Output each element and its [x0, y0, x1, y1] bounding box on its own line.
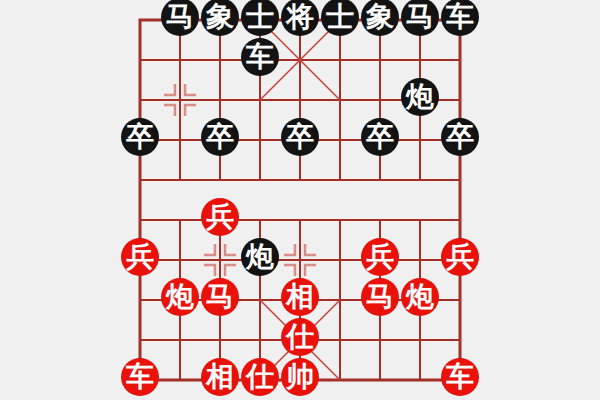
piece-red-cannon[interactable]: 炮 — [161, 278, 199, 316]
piece-red-soldier[interactable]: 兵 — [121, 238, 159, 276]
pieces-layer: 马象士将士象马车车炮卒卒卒卒卒炮兵兵兵兵炮马相马炮仕车相仕帅车 — [120, 0, 480, 397]
piece-black-advisor[interactable]: 士 — [241, 0, 279, 36]
piece-black-horse[interactable]: 马 — [161, 0, 199, 36]
piece-red-cannon[interactable]: 炮 — [401, 278, 439, 316]
piece-red-general[interactable]: 帅 — [281, 358, 319, 396]
piece-red-soldier[interactable]: 兵 — [201, 198, 239, 236]
piece-black-advisor[interactable]: 士 — [321, 0, 359, 36]
piece-red-horse[interactable]: 马 — [201, 278, 239, 316]
piece-black-general[interactable]: 将 — [281, 0, 319, 36]
xiangqi-board: 马象士将士象马车车炮卒卒卒卒卒炮兵兵兵兵炮马相马炮仕车相仕帅车 — [0, 0, 600, 400]
piece-black-cannon[interactable]: 炮 — [401, 78, 439, 116]
piece-red-soldier[interactable]: 兵 — [361, 238, 399, 276]
piece-red-advisor[interactable]: 仕 — [241, 358, 279, 396]
piece-red-soldier[interactable]: 兵 — [441, 238, 479, 276]
piece-red-chariot[interactable]: 车 — [441, 358, 479, 396]
piece-red-elephant[interactable]: 相 — [281, 278, 319, 316]
piece-black-soldier[interactable]: 卒 — [281, 118, 319, 156]
piece-black-soldier[interactable]: 卒 — [441, 118, 479, 156]
piece-red-elephant[interactable]: 相 — [201, 358, 239, 396]
piece-black-soldier[interactable]: 卒 — [201, 118, 239, 156]
piece-black-chariot[interactable]: 车 — [241, 38, 279, 76]
piece-black-elephant[interactable]: 象 — [361, 0, 399, 36]
piece-red-chariot[interactable]: 车 — [121, 358, 159, 396]
piece-black-horse[interactable]: 马 — [401, 0, 439, 36]
piece-black-elephant[interactable]: 象 — [201, 0, 239, 36]
piece-red-horse[interactable]: 马 — [361, 278, 399, 316]
piece-black-cannon[interactable]: 炮 — [241, 238, 279, 276]
piece-black-chariot[interactable]: 车 — [441, 0, 479, 36]
piece-red-advisor[interactable]: 仕 — [281, 318, 319, 356]
piece-black-soldier[interactable]: 卒 — [361, 118, 399, 156]
piece-black-soldier[interactable]: 卒 — [121, 118, 159, 156]
